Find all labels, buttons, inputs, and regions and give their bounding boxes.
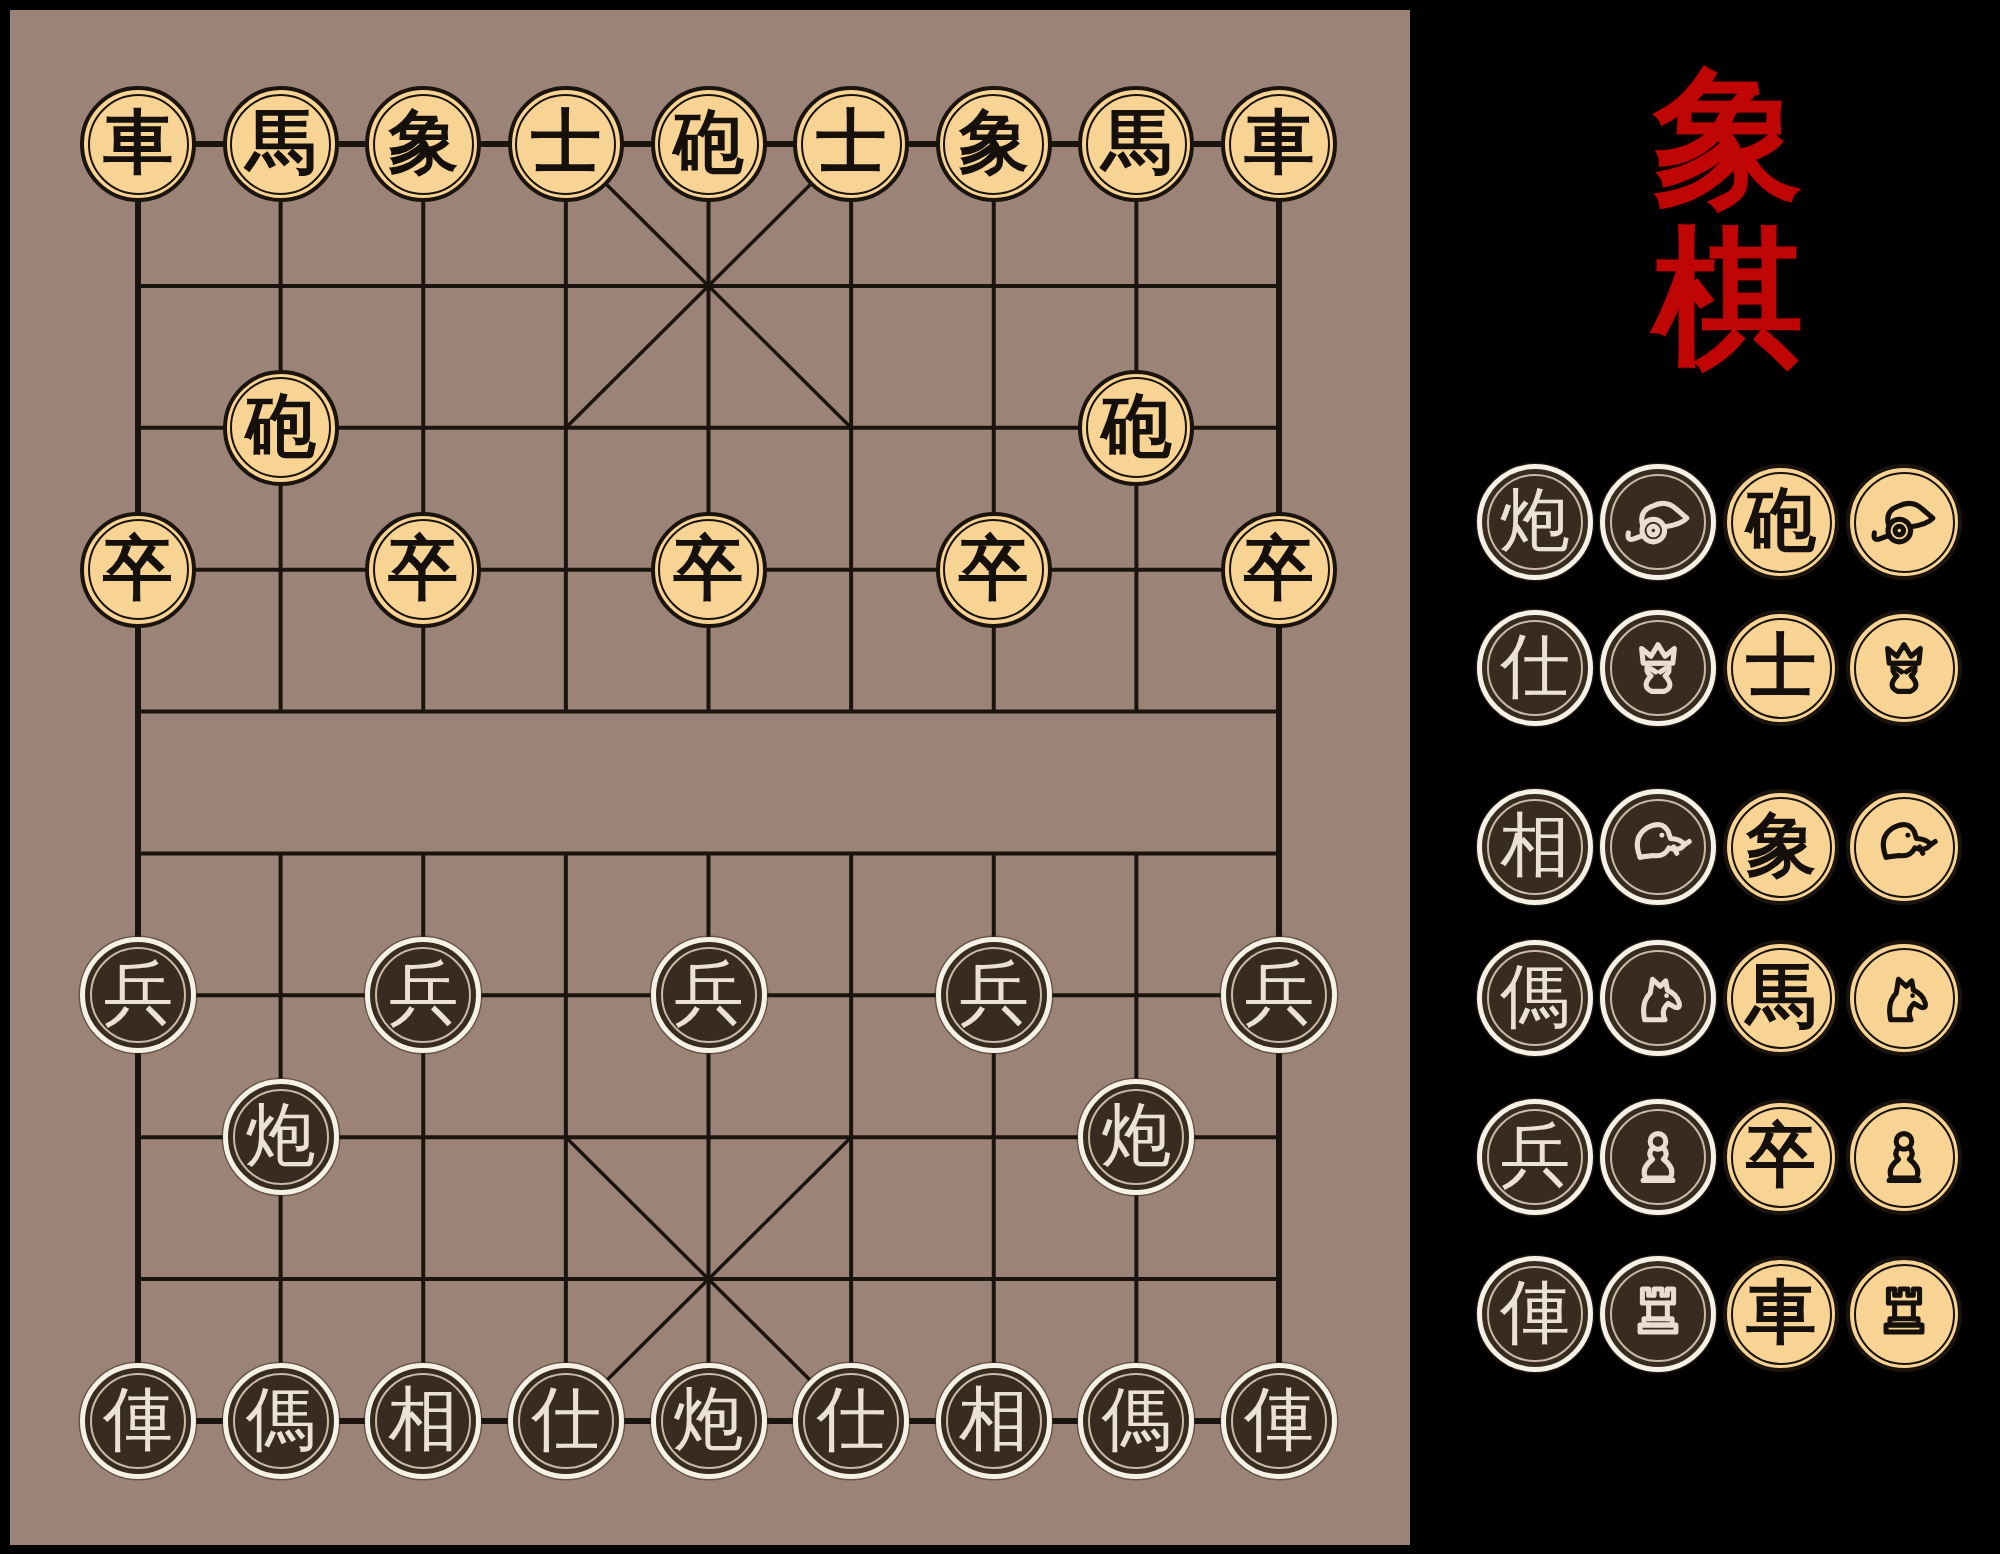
- piece-dark-r10f1[interactable]: 俥: [80, 1363, 196, 1479]
- board-intersection[interactable]: [495, 782, 638, 924]
- board-intersection[interactable]: [780, 357, 923, 499]
- piece-light-r1f6[interactable]: 士: [793, 86, 909, 202]
- piece-dark-r7f9[interactable]: 兵: [1221, 937, 1337, 1053]
- piece-character: 兵: [388, 958, 458, 1028]
- board-intersection[interactable]: [67, 782, 210, 924]
- piece-light-r1f8[interactable]: 馬: [1078, 86, 1194, 202]
- board-intersection[interactable]: [352, 1208, 495, 1350]
- board-intersection[interactable]: [1065, 924, 1208, 1066]
- board-intersection[interactable]: 兵: [922, 924, 1065, 1066]
- piece-legend-dark-pawn: 兵: [1477, 1099, 1593, 1215]
- title-char-2: 棋: [1433, 217, 2000, 376]
- title-char-1: 象: [1433, 58, 2000, 217]
- board-intersection[interactable]: 卒: [1208, 499, 1351, 641]
- board-intersection[interactable]: [922, 1208, 1065, 1350]
- board-intersection[interactable]: 兵: [637, 924, 780, 1066]
- piece-dark-r7f1[interactable]: 兵: [80, 937, 196, 1053]
- piece-character: 卒: [959, 533, 1029, 603]
- board-intersection[interactable]: [922, 641, 1065, 783]
- board-intersection[interactable]: 炮: [1065, 1066, 1208, 1208]
- board-intersection[interactable]: [495, 499, 638, 641]
- legend-row-horse: 傌馬: [1477, 940, 1969, 1056]
- piece-character: 車: [103, 107, 173, 177]
- board-intersection[interactable]: [352, 1066, 495, 1208]
- piece-character: 卒: [674, 533, 744, 603]
- cannon-icon-legend-dark: [1600, 464, 1716, 580]
- board-intersection[interactable]: 士: [780, 73, 923, 215]
- piece-legend-light-horse: 馬: [1723, 940, 1839, 1056]
- board-intersection[interactable]: [637, 357, 780, 499]
- piece-light-r4f7[interactable]: 卒: [936, 512, 1052, 628]
- cannon-icon: [1619, 483, 1697, 561]
- piece-light-r4f5[interactable]: 卒: [651, 512, 767, 628]
- board-intersection[interactable]: 砲: [209, 357, 352, 499]
- board-intersection[interactable]: 卒: [352, 499, 495, 641]
- board-intersection[interactable]: 兵: [352, 924, 495, 1066]
- piece-legend-light-advisor: 士: [1723, 610, 1839, 726]
- board-intersection[interactable]: 砲: [637, 73, 780, 215]
- board-intersection[interactable]: 馬: [1065, 73, 1208, 215]
- board: 車馬象士砲士象馬車砲砲卒卒卒卒卒兵兵兵兵兵炮炮俥傌相仕炮仕相傌俥: [67, 73, 1351, 1492]
- board-intersection[interactable]: 炮: [637, 1350, 780, 1492]
- elephant-icon: [1865, 808, 1943, 886]
- board-intersection[interactable]: [495, 924, 638, 1066]
- horse-icon-legend-light: [1846, 940, 1962, 1056]
- piece-character: 炮: [674, 1384, 744, 1454]
- piece-light-r4f9[interactable]: 卒: [1221, 512, 1337, 628]
- board-intersection[interactable]: [209, 1208, 352, 1350]
- piece-character: 砲: [674, 107, 744, 177]
- legend-row-pawn: 兵卒: [1477, 1099, 1969, 1215]
- piece-character: 俥: [103, 1384, 173, 1454]
- piece-light-r4f3[interactable]: 卒: [365, 512, 481, 628]
- piece-character: 俥: [1244, 1384, 1314, 1454]
- board-intersection[interactable]: [67, 1066, 210, 1208]
- piece-legend-dark-advisor: 仕: [1477, 610, 1593, 726]
- board-intersection[interactable]: [780, 215, 923, 357]
- board-intersection[interactable]: [922, 357, 1065, 499]
- board-intersection[interactable]: [495, 215, 638, 357]
- chariot-icon: [1619, 1275, 1697, 1353]
- board-intersection[interactable]: [637, 782, 780, 924]
- horse-icon: [1865, 959, 1943, 1037]
- piece-light-r3f8[interactable]: 砲: [1078, 370, 1194, 486]
- chariot-icon: [1865, 1275, 1943, 1353]
- piece-dark-r7f7[interactable]: 兵: [936, 937, 1052, 1053]
- board-intersection[interactable]: [67, 215, 210, 357]
- legend-row-chariot: 俥車: [1477, 1256, 1969, 1372]
- board-intersection[interactable]: [780, 1066, 923, 1208]
- board-intersection[interactable]: [209, 215, 352, 357]
- piece-character: 砲: [246, 391, 316, 461]
- board-intersection[interactable]: [780, 1208, 923, 1350]
- board-intersection[interactable]: [209, 641, 352, 783]
- board-intersection[interactable]: 馬: [209, 73, 352, 215]
- board-intersection[interactable]: 俥: [67, 1350, 210, 1492]
- board-intersection[interactable]: [1065, 215, 1208, 357]
- piece-dark-r10f6[interactable]: 仕: [793, 1363, 909, 1479]
- piece-character: 仕: [1500, 631, 1570, 701]
- board-intersection[interactable]: 仕: [495, 1350, 638, 1492]
- board-intersection[interactable]: 仕: [780, 1350, 923, 1492]
- elephant-icon-legend-light: [1846, 789, 1962, 905]
- board-intersection[interactable]: [780, 782, 923, 924]
- piece-dark-r10f3[interactable]: 相: [365, 1363, 481, 1479]
- piece-character: 傌: [1500, 961, 1570, 1031]
- legend-row-cannon: 炮砲: [1477, 464, 1969, 580]
- piece-legend-light-cannon: 砲: [1723, 464, 1839, 580]
- board-intersection[interactable]: 兵: [1208, 924, 1351, 1066]
- piece-character: 俥: [1500, 1277, 1570, 1347]
- board-intersection[interactable]: 卒: [67, 499, 210, 641]
- cannon-icon-legend-light: [1846, 464, 1962, 580]
- piece-character: 炮: [1500, 485, 1570, 555]
- piece-character: 卒: [1244, 533, 1314, 603]
- piece-character: 象: [1746, 810, 1816, 880]
- board-intersection[interactable]: 兵: [67, 924, 210, 1066]
- piece-dark-r8f2[interactable]: 炮: [223, 1079, 339, 1195]
- piece-character: 相: [388, 1384, 458, 1454]
- board-intersection[interactable]: 相: [352, 1350, 495, 1492]
- board-intersection[interactable]: [637, 215, 780, 357]
- elephant-icon: [1619, 808, 1697, 886]
- piece-light-r1f2[interactable]: 馬: [223, 86, 339, 202]
- board-intersection[interactable]: 士: [495, 73, 638, 215]
- piece-dark-r10f4[interactable]: 仕: [508, 1363, 624, 1479]
- board-intersection[interactable]: [495, 641, 638, 783]
- pawn-icon: [1865, 1118, 1943, 1196]
- piece-character: 馬: [1101, 107, 1171, 177]
- board-intersection[interactable]: [1065, 782, 1208, 924]
- piece-character: 炮: [1101, 1100, 1171, 1170]
- piece-character: 兵: [103, 958, 173, 1028]
- piece-character: 兵: [1500, 1120, 1570, 1190]
- board-intersection[interactable]: 砲: [1065, 357, 1208, 499]
- piece-dark-r10f5[interactable]: 炮: [651, 1363, 767, 1479]
- piece-legend-dark-horse: 傌: [1477, 940, 1593, 1056]
- board-intersection[interactable]: [67, 357, 210, 499]
- piece-character: 砲: [1746, 485, 1816, 555]
- piece-legend-light-pawn: 卒: [1723, 1099, 1839, 1215]
- board-intersection[interactable]: 俥: [1208, 1350, 1351, 1492]
- piece-legend: 炮砲仕士相象傌馬兵卒俥車: [1477, 464, 1969, 1372]
- piece-character: 炮: [246, 1100, 316, 1170]
- piece-character: 象: [959, 107, 1029, 177]
- board-intersection[interactable]: [1208, 357, 1351, 499]
- board-intersection[interactable]: [922, 1066, 1065, 1208]
- piece-dark-r8f8[interactable]: 炮: [1078, 1079, 1194, 1195]
- horse-icon-legend-dark: [1600, 940, 1716, 1056]
- xiangqi-app: 車馬象士砲士象馬車砲砲卒卒卒卒卒兵兵兵兵兵炮炮俥傌相仕炮仕相傌俥 象 棋 炮砲仕…: [0, 0, 2000, 1554]
- board-intersection[interactable]: 炮: [209, 1066, 352, 1208]
- board-intersection[interactable]: [495, 1066, 638, 1208]
- board-intersection[interactable]: [637, 1208, 780, 1350]
- advisor-icon-legend-light: [1846, 610, 1962, 726]
- piece-character: 相: [1500, 810, 1570, 880]
- piece-light-r1f7[interactable]: 象: [936, 86, 1052, 202]
- piece-character: 士: [531, 107, 601, 177]
- piece-dark-r10f7[interactable]: 相: [936, 1363, 1052, 1479]
- piece-dark-r10f9[interactable]: 俥: [1221, 1363, 1337, 1479]
- piece-character: 卒: [1746, 1120, 1816, 1190]
- piece-legend-dark-chariot: 俥: [1477, 1256, 1593, 1372]
- board-intersection[interactable]: [1208, 641, 1351, 783]
- board-intersection[interactable]: 卒: [922, 499, 1065, 641]
- board-intersection[interactable]: [922, 782, 1065, 924]
- board-intersection[interactable]: 相: [922, 1350, 1065, 1492]
- app-title: 象 棋: [1433, 58, 2000, 376]
- piece-light-r1f3[interactable]: 象: [365, 86, 481, 202]
- pawn-icon: [1619, 1118, 1697, 1196]
- board-intersection[interactable]: [637, 1066, 780, 1208]
- chariot-icon-legend-light: [1846, 1256, 1962, 1372]
- piece-legend-dark-cannon: 炮: [1477, 464, 1593, 580]
- piece-character: 馬: [246, 107, 316, 177]
- piece-dark-r10f8[interactable]: 傌: [1078, 1363, 1194, 1479]
- piece-character: 相: [959, 1384, 1029, 1454]
- piece-legend-dark-elephant: 相: [1477, 789, 1593, 905]
- elephant-icon-legend-dark: [1600, 789, 1716, 905]
- piece-dark-r10f2[interactable]: 傌: [223, 1363, 339, 1479]
- board-intersection[interactable]: [209, 782, 352, 924]
- board-intersection[interactable]: [67, 1208, 210, 1350]
- board-intersection[interactable]: 象: [922, 73, 1065, 215]
- board-intersection[interactable]: 傌: [1065, 1350, 1208, 1492]
- legend-row-elephant: 相象: [1477, 789, 1969, 905]
- board-intersection[interactable]: [495, 357, 638, 499]
- piece-legend-light-elephant: 象: [1723, 789, 1839, 905]
- board-intersection[interactable]: [209, 924, 352, 1066]
- legend-row-advisor: 仕士: [1477, 610, 1969, 726]
- board-intersection[interactable]: [495, 1208, 638, 1350]
- advisor-icon-legend-dark: [1600, 610, 1716, 726]
- board-intersection[interactable]: [67, 641, 210, 783]
- piece-character: 馬: [1746, 961, 1816, 1031]
- piece-light-r1f5[interactable]: 砲: [651, 86, 767, 202]
- board-intersection[interactable]: [1208, 1208, 1351, 1350]
- piece-character: 兵: [674, 958, 744, 1028]
- piece-light-r1f1[interactable]: 車: [80, 86, 196, 202]
- board-intersection[interactable]: [352, 357, 495, 499]
- piece-dark-r7f5[interactable]: 兵: [651, 937, 767, 1053]
- board-intersection[interactable]: [352, 215, 495, 357]
- piece-character: 卒: [388, 533, 458, 603]
- piece-light-r1f4[interactable]: 士: [508, 86, 624, 202]
- board-intersection[interactable]: [1065, 1208, 1208, 1350]
- board-intersection[interactable]: 傌: [209, 1350, 352, 1492]
- piece-character: 象: [388, 107, 458, 177]
- board-intersection[interactable]: 車: [1208, 73, 1351, 215]
- board-intersection[interactable]: [780, 924, 923, 1066]
- piece-character: 兵: [959, 958, 1029, 1028]
- piece-character: 傌: [246, 1384, 316, 1454]
- board-intersection[interactable]: 象: [352, 73, 495, 215]
- piece-light-r4f1[interactable]: 卒: [80, 512, 196, 628]
- piece-dark-r7f3[interactable]: 兵: [365, 937, 481, 1053]
- piece-character: 卒: [103, 533, 173, 603]
- piece-character: 傌: [1101, 1384, 1171, 1454]
- piece-character: 士: [1746, 631, 1816, 701]
- piece-character: 車: [1746, 1277, 1816, 1347]
- piece-character: 士: [816, 107, 886, 177]
- pawn-icon-legend-dark: [1600, 1099, 1716, 1215]
- horse-icon: [1619, 959, 1697, 1037]
- board-intersection[interactable]: [1208, 215, 1351, 357]
- chariot-icon-legend-dark: [1600, 1256, 1716, 1372]
- piece-light-r3f2[interactable]: 砲: [223, 370, 339, 486]
- board-intersection[interactable]: [352, 641, 495, 783]
- board-intersection[interactable]: [1065, 641, 1208, 783]
- piece-legend-light-chariot: 車: [1723, 1256, 1839, 1372]
- board-intersection[interactable]: [1065, 499, 1208, 641]
- advisor-icon: [1865, 629, 1943, 707]
- piece-character: 兵: [1244, 958, 1314, 1028]
- piece-character: 仕: [531, 1384, 601, 1454]
- cannon-icon: [1865, 483, 1943, 561]
- pawn-icon-legend-light: [1846, 1099, 1962, 1215]
- piece-character: 車: [1244, 107, 1314, 177]
- board-intersection[interactable]: 卒: [637, 499, 780, 641]
- advisor-icon: [1619, 629, 1697, 707]
- board-intersection[interactable]: [922, 215, 1065, 357]
- board-intersection[interactable]: [637, 641, 780, 783]
- piece-character: 仕: [816, 1384, 886, 1454]
- board-intersection[interactable]: [352, 782, 495, 924]
- board-intersection[interactable]: 車: [67, 73, 210, 215]
- piece-character: 砲: [1101, 391, 1171, 461]
- board-intersection[interactable]: [1208, 782, 1351, 924]
- board-intersection[interactable]: [780, 499, 923, 641]
- piece-light-r1f9[interactable]: 車: [1221, 86, 1337, 202]
- board-intersection[interactable]: [209, 499, 352, 641]
- board-intersection[interactable]: [780, 641, 923, 783]
- board-intersection[interactable]: [1208, 1066, 1351, 1208]
